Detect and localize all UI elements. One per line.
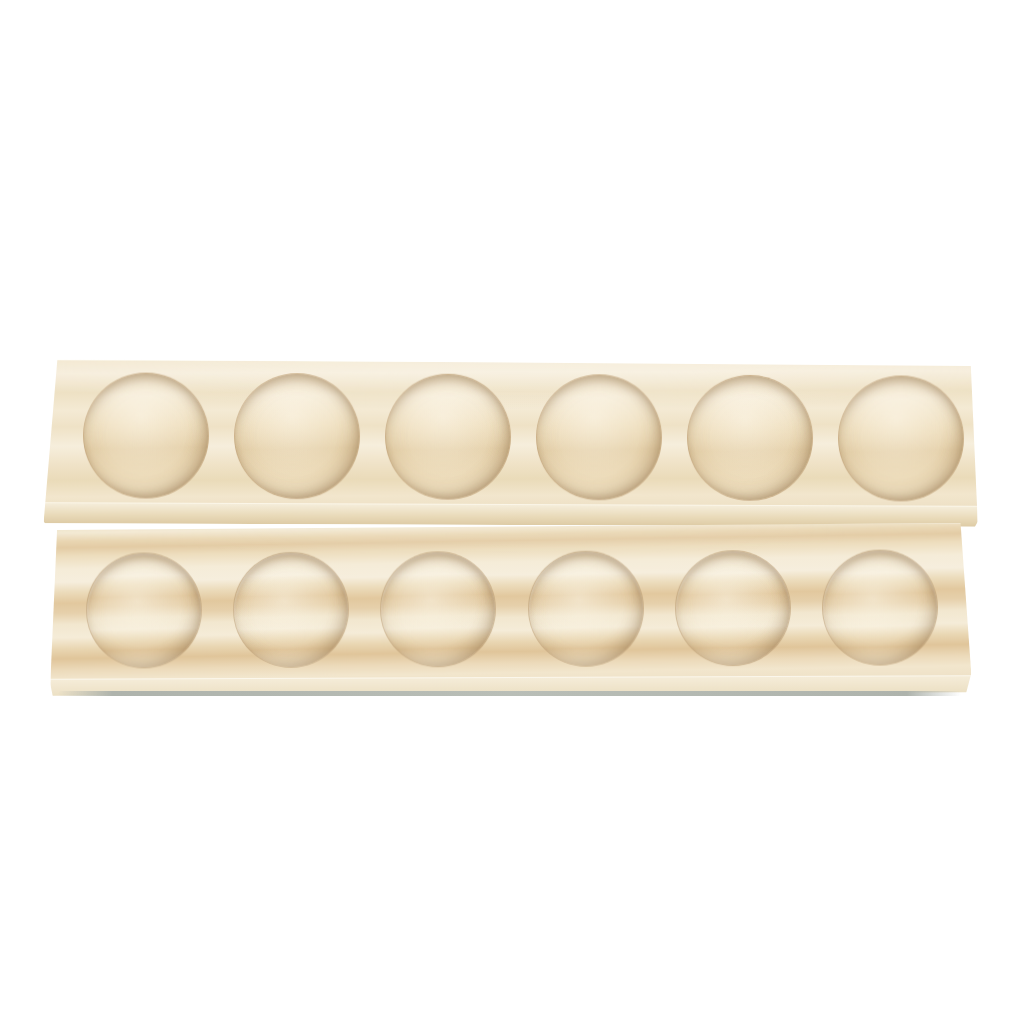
pit-top-2[interactable] — [233, 373, 359, 499]
pit-top-3[interactable] — [384, 374, 510, 500]
mancala-bottom-rank-plank — [50, 522, 972, 698]
pit-bottom-5[interactable] — [675, 550, 791, 666]
mancala-board-photo — [0, 0, 1024, 1024]
pit-bottom-4[interactable] — [527, 550, 643, 666]
top-rank-surface — [44, 359, 979, 506]
pit-top-1[interactable] — [82, 372, 208, 498]
pit-bottom-2[interactable] — [233, 552, 349, 668]
pit-top-4[interactable] — [535, 374, 661, 500]
pit-bottom-3[interactable] — [380, 551, 496, 667]
mancala-top-rank-plank — [44, 359, 979, 527]
top-rank-pit-grid — [70, 372, 976, 501]
pit-top-5[interactable] — [686, 375, 812, 501]
pit-bottom-1[interactable] — [85, 552, 201, 668]
pit-bottom-6[interactable] — [822, 549, 938, 665]
bottom-rank-pit-grid — [70, 549, 954, 668]
board-drop-shadow — [58, 691, 961, 696]
pit-top-6[interactable] — [837, 375, 963, 501]
bottom-rank-surface — [50, 522, 972, 679]
